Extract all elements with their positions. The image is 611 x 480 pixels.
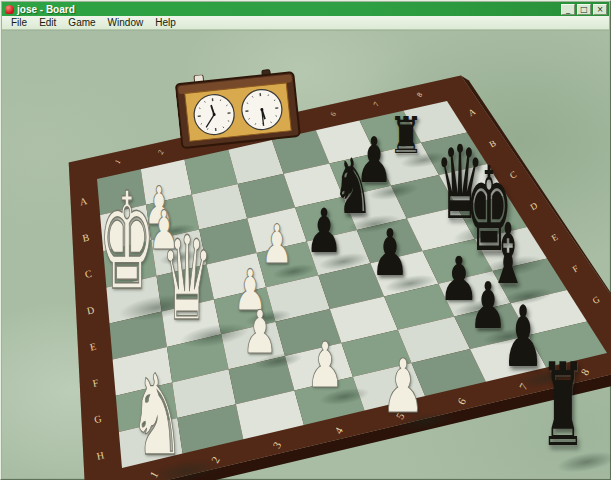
piece-black-pawn-d5[interactable]: ♟ xyxy=(305,201,343,262)
piece-white-pawn-g4[interactable]: ♟ xyxy=(306,334,344,397)
piece-white-knight-h1[interactable]: ♞ xyxy=(129,360,185,472)
piece-black-rook-off-board[interactable]: ♜ xyxy=(541,348,586,463)
maximize-button[interactable]: □ xyxy=(577,4,591,15)
menu-help[interactable]: Help xyxy=(150,16,181,30)
piece-white-pawn-h5[interactable]: ♟ xyxy=(381,349,424,423)
app-window: jose - Board _ □ × File Edit Game Window… xyxy=(0,0,611,480)
board-canvas: AABBCCDDEEFFGGHH1122334455667788 ♚♛♞♟♟♟♟… xyxy=(2,31,609,478)
menu-file[interactable]: File xyxy=(6,16,32,30)
piece-black-pawn-h7[interactable]: ♟ xyxy=(502,294,544,379)
close-button[interactable]: × xyxy=(593,4,607,15)
piece-white-king-d1[interactable]: ♚ xyxy=(98,175,155,309)
app-icon xyxy=(5,5,14,14)
piece-white-pawn-e3[interactable]: ♟ xyxy=(242,302,278,362)
window-title: jose - Board xyxy=(17,3,75,16)
chess-clock xyxy=(174,65,304,159)
menu-window[interactable]: Window xyxy=(103,16,149,30)
menu-game[interactable]: Game xyxy=(63,16,100,30)
piece-black-pawn-e6[interactable]: ♟ xyxy=(371,221,410,286)
menu-bar: File Edit Game Window Help xyxy=(2,16,609,30)
piece-white-queen-e2[interactable]: ♛ xyxy=(161,221,213,337)
menu-edit[interactable]: Edit xyxy=(34,16,61,30)
piece-black-rook-a8[interactable]: ♜ xyxy=(389,110,424,161)
title-bar[interactable]: jose - Board _ □ × xyxy=(2,2,609,16)
minimize-button[interactable]: _ xyxy=(561,4,575,15)
